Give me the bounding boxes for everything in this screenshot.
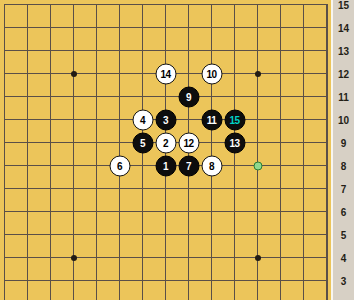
- black-stone-move-11[interactable]: 11: [201, 109, 222, 130]
- white-stone-move-6[interactable]: 6: [109, 155, 130, 176]
- black-stone-move-1[interactable]: 1: [155, 155, 176, 176]
- grid-line-vertical: [4, 4, 5, 300]
- grid-line-horizontal: [4, 234, 328, 235]
- row-label-14: 14: [333, 22, 354, 33]
- row-label-9: 9: [333, 137, 354, 148]
- grid-line-vertical: [326, 4, 328, 300]
- row-label-15: 15: [333, 0, 354, 10]
- black-stone-move-3[interactable]: 3: [155, 109, 176, 130]
- row-label-3: 3: [333, 275, 354, 286]
- black-stone-move-15[interactable]: 15: [224, 109, 245, 130]
- grid-line-vertical: [119, 4, 120, 300]
- star-point: [255, 255, 261, 261]
- row-label-6: 6: [333, 206, 354, 217]
- grid-line-horizontal: [4, 188, 328, 189]
- move-number: 9: [186, 91, 191, 102]
- grid-line-vertical: [211, 4, 212, 300]
- white-stone-move-10[interactable]: 10: [201, 63, 222, 84]
- grid-line-horizontal: [4, 27, 328, 28]
- row-label-7: 7: [333, 183, 354, 194]
- grid-line-vertical: [280, 4, 281, 300]
- black-stone-move-7[interactable]: 7: [178, 155, 199, 176]
- row-label-8: 8: [333, 160, 354, 171]
- move-number: 4: [140, 114, 145, 125]
- row-label-12: 12: [333, 68, 354, 79]
- grid-line-horizontal: [4, 211, 328, 212]
- star-point: [71, 71, 77, 77]
- move-number: 10: [206, 68, 216, 79]
- white-stone-move-14[interactable]: 14: [155, 63, 176, 84]
- row-label-11: 11: [333, 91, 354, 102]
- move-number: 7: [186, 160, 191, 171]
- row-label-13: 13: [333, 45, 354, 56]
- grid-line-horizontal: [4, 50, 328, 51]
- black-stone-move-5[interactable]: 5: [132, 132, 153, 153]
- move-number: 15: [229, 114, 239, 125]
- move-number: 1: [163, 160, 168, 171]
- grid-line-vertical: [27, 4, 28, 300]
- white-stone-move-8[interactable]: 8: [201, 155, 222, 176]
- move-number: 5: [140, 137, 145, 148]
- move-number: 13: [229, 137, 239, 148]
- black-stone-move-9[interactable]: 9: [178, 86, 199, 107]
- move-number: 2: [163, 137, 168, 148]
- next-move-marker[interactable]: [253, 161, 262, 170]
- go-board[interactable]: 123456789101112131415: [0, 0, 333, 300]
- grid-line-horizontal: [4, 257, 328, 258]
- white-stone-move-12[interactable]: 12: [178, 132, 199, 153]
- grid-line-vertical: [303, 4, 304, 300]
- row-coordinate-strip: 151413121110987654321: [331, 0, 354, 300]
- grid-line-horizontal: [4, 96, 328, 97]
- move-number: 3: [163, 114, 168, 125]
- row-label-5: 5: [333, 229, 354, 240]
- white-stone-move-4[interactable]: 4: [132, 109, 153, 130]
- star-point: [71, 255, 77, 261]
- grid-line-horizontal: [4, 280, 328, 281]
- move-number: 14: [160, 68, 170, 79]
- star-point: [255, 71, 261, 77]
- move-number: 8: [209, 160, 214, 171]
- black-stone-move-13[interactable]: 13: [224, 132, 245, 153]
- grid-line-horizontal: [4, 4, 328, 5]
- white-stone-move-2[interactable]: 2: [155, 132, 176, 153]
- row-label-10: 10: [333, 114, 354, 125]
- move-number: 6: [117, 160, 122, 171]
- row-label-4: 4: [333, 252, 354, 263]
- move-number: 11: [207, 114, 217, 125]
- go-diagram-panel: 123456789101112131415 151413121110987654…: [0, 0, 354, 300]
- grid-line-vertical: [96, 4, 97, 300]
- move-number: 12: [183, 137, 193, 148]
- grid-line-vertical: [50, 4, 51, 300]
